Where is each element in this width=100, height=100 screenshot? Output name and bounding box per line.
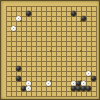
screenshot-root (0, 0, 100, 100)
grid-line-horizontal (6, 96, 97, 97)
star-point (50, 50, 52, 52)
star-point (50, 20, 52, 22)
star-point (20, 80, 22, 82)
grid-line-vertical (66, 6, 67, 97)
star-point (20, 20, 22, 22)
grid-line-horizontal (6, 61, 97, 62)
grid-line-vertical (91, 6, 92, 97)
grid-line-horizontal (6, 56, 97, 57)
grid-line-vertical (96, 6, 97, 97)
star-point (20, 50, 22, 52)
grid-line-vertical (56, 6, 57, 97)
star-point (80, 50, 82, 52)
grid-line-vertical (61, 6, 62, 97)
go-board[interactable] (0, 0, 100, 100)
